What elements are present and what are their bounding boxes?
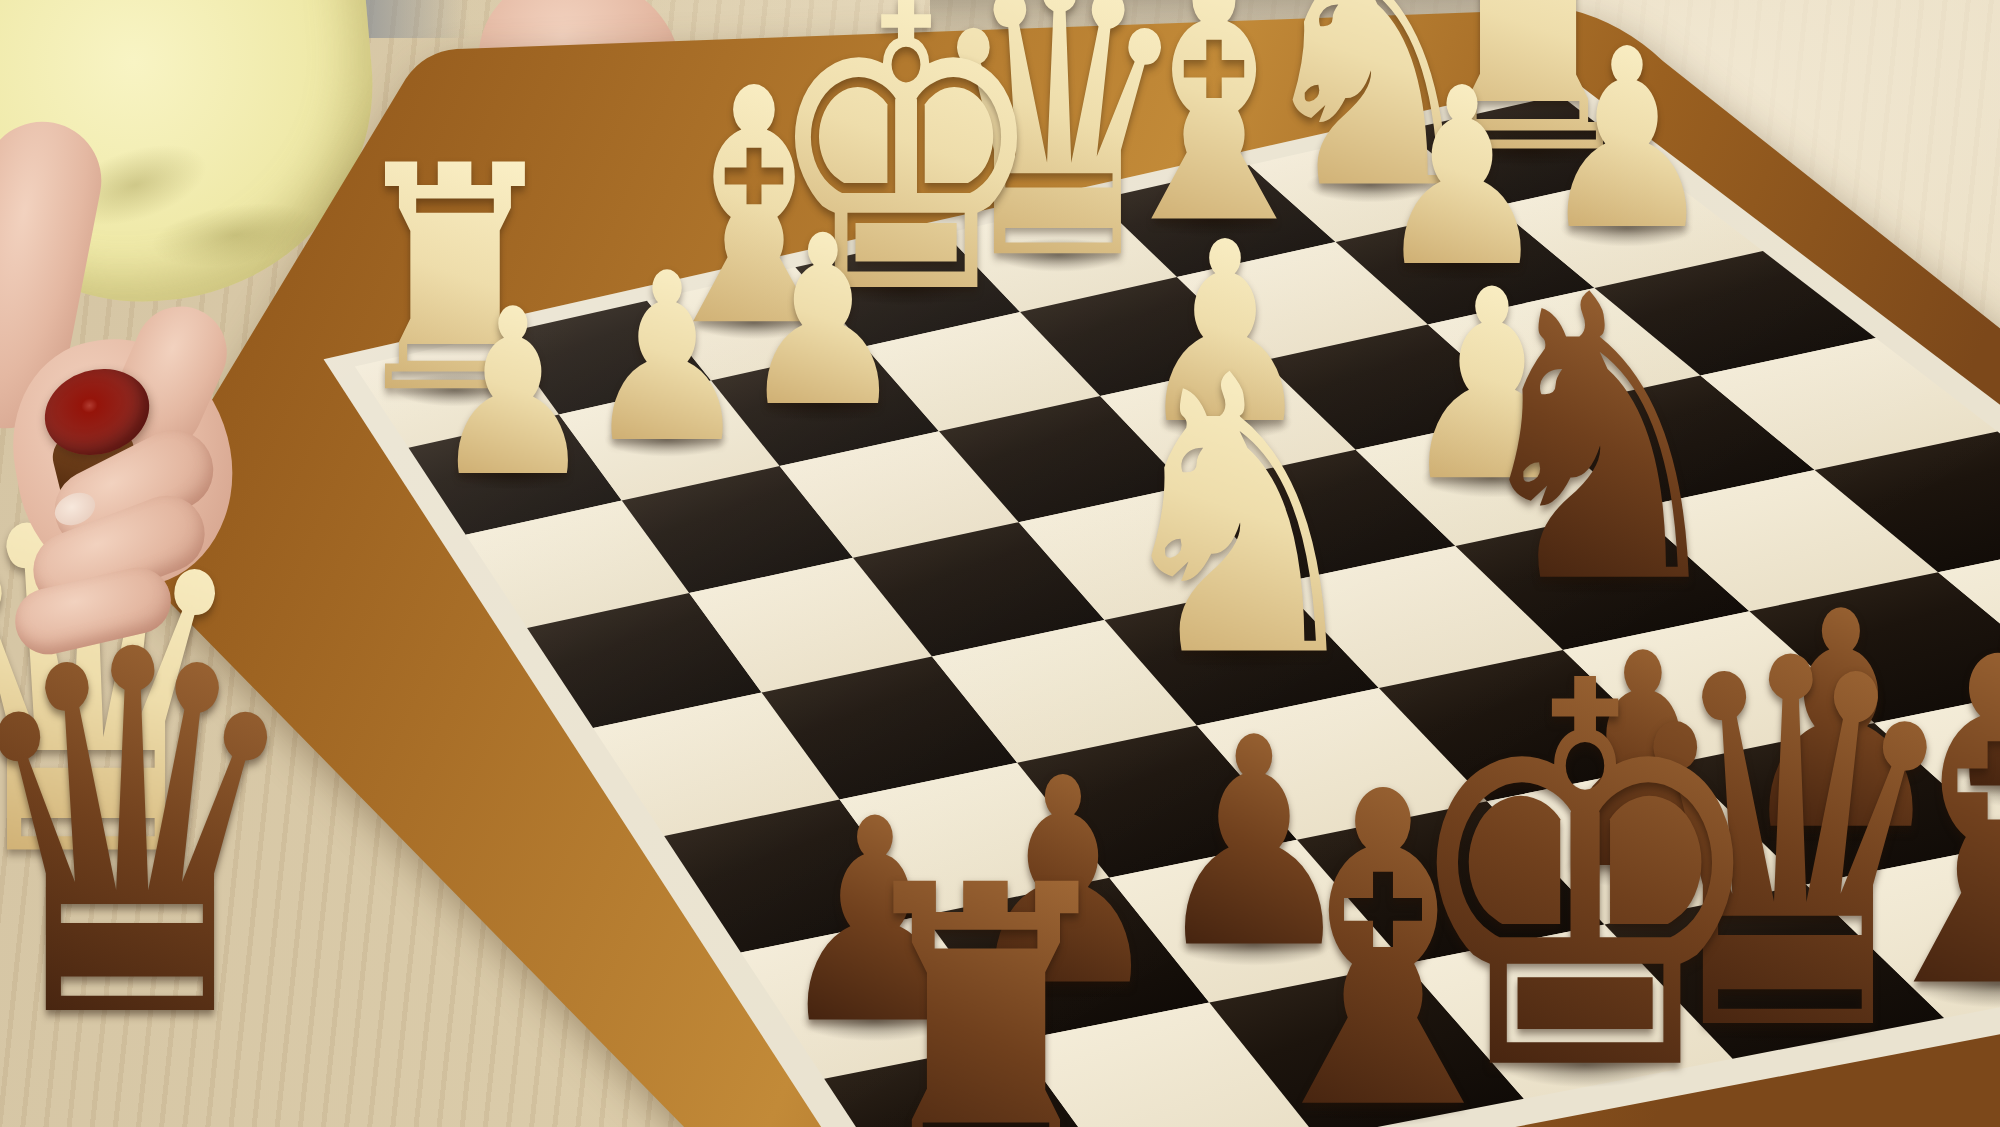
piece-white-pawn-g2[interactable]: ♟ (584, 242, 751, 474)
spare-black-queen-glyph[interactable]: ♛ (0, 587, 311, 1087)
piece-white-knight-e5[interactable]: ♞ (1101, 328, 1376, 711)
piece-white-pawn-h2[interactable]: ♟ (431, 278, 596, 508)
photo-stage: ♛ ♛ ♜♝♛♚♝♜♟♟♟♟♟♟♟♞♞♟♟♟♟♟♟♟♜♞♝♛♚♝♜ (0, 0, 2000, 1127)
piece-black-bishop-f8[interactable]: ♝ (1228, 737, 1538, 1127)
piece-white-pawn-f2[interactable]: ♟ (739, 206, 907, 441)
hand-holding-piece (0, 298, 258, 658)
piece-black-rook-h8[interactable]: ♜ (839, 832, 1134, 1127)
